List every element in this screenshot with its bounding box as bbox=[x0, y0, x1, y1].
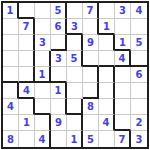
cell-r4c5[interactable]: 5 bbox=[67, 51, 83, 67]
cell-r6c5[interactable] bbox=[67, 83, 83, 99]
cell-r8c5[interactable] bbox=[67, 115, 83, 131]
cell-r9c3[interactable]: 4 bbox=[35, 131, 51, 147]
cell-r7c5[interactable] bbox=[67, 99, 83, 115]
cell-r3c7[interactable] bbox=[99, 35, 115, 51]
cell-r5c3[interactable]: 1 bbox=[35, 67, 51, 83]
cell-r9c4[interactable] bbox=[51, 131, 67, 147]
cell-r2c4[interactable]: 6 bbox=[51, 19, 67, 35]
cell-r1c8[interactable]: 3 bbox=[115, 3, 131, 19]
cell-r8c4[interactable]: 9 bbox=[51, 115, 67, 131]
cell-r5c8[interactable] bbox=[115, 67, 131, 83]
cell-r9c5[interactable]: 1 bbox=[67, 131, 83, 147]
cell-r7c8[interactable] bbox=[115, 99, 131, 115]
cell-r6c4[interactable]: 1 bbox=[51, 83, 67, 99]
cell-r2c3[interactable] bbox=[35, 19, 51, 35]
cell-r6c3[interactable] bbox=[35, 83, 51, 99]
cell-r7c2[interactable] bbox=[19, 99, 35, 115]
cell-r4c9[interactable] bbox=[131, 51, 147, 67]
cell-r8c9[interactable]: 2 bbox=[131, 115, 147, 131]
cell-r1c2[interactable] bbox=[19, 3, 35, 19]
cell-r8c7[interactable]: 4 bbox=[99, 115, 115, 131]
cell-r9c2[interactable] bbox=[19, 131, 35, 147]
cell-r6c6[interactable] bbox=[83, 83, 99, 99]
cell-r9c6[interactable]: 5 bbox=[83, 131, 99, 147]
cell-r1c5[interactable] bbox=[67, 3, 83, 19]
cell-r4c8[interactable]: 4 bbox=[115, 51, 131, 67]
cell-r3c9[interactable]: 5 bbox=[131, 35, 147, 51]
cell-r4c1[interactable] bbox=[3, 51, 19, 67]
cell-r1c1[interactable]: 1 bbox=[3, 3, 19, 19]
cell-r3c6[interactable]: 9 bbox=[83, 35, 99, 51]
cell-r5c5[interactable] bbox=[67, 67, 83, 83]
cell-r4c3[interactable] bbox=[35, 51, 51, 67]
cell-r2c5[interactable]: 3 bbox=[67, 19, 83, 35]
cell-r1c3[interactable] bbox=[35, 3, 51, 19]
sudoku-board: 15734763139153541641481942841573 bbox=[1, 1, 149, 149]
cell-r3c4[interactable] bbox=[51, 35, 67, 51]
cell-r2c6[interactable] bbox=[83, 19, 99, 35]
cell-r5c1[interactable] bbox=[3, 67, 19, 83]
cell-r2c8[interactable] bbox=[115, 19, 131, 35]
cell-r6c9[interactable] bbox=[131, 83, 147, 99]
cell-r6c2[interactable]: 4 bbox=[19, 83, 35, 99]
cell-r7c7[interactable] bbox=[99, 99, 115, 115]
cell-r8c1[interactable] bbox=[3, 115, 19, 131]
cell-r6c7[interactable] bbox=[99, 83, 115, 99]
cell-r5c2[interactable] bbox=[19, 67, 35, 83]
cell-r2c9[interactable] bbox=[131, 19, 147, 35]
cell-r6c8[interactable] bbox=[115, 83, 131, 99]
cell-r5c6[interactable] bbox=[83, 67, 99, 83]
cell-r3c8[interactable]: 1 bbox=[115, 35, 131, 51]
cell-r2c7[interactable]: 1 bbox=[99, 19, 115, 35]
cell-r1c6[interactable]: 7 bbox=[83, 3, 99, 19]
cell-r9c1[interactable]: 8 bbox=[3, 131, 19, 147]
cell-r4c6[interactable] bbox=[83, 51, 99, 67]
cell-r2c2[interactable]: 7 bbox=[19, 19, 35, 35]
cell-r9c8[interactable]: 7 bbox=[115, 131, 131, 147]
cell-r1c9[interactable]: 4 bbox=[131, 3, 147, 19]
cell-r3c5[interactable] bbox=[67, 35, 83, 51]
cell-r4c7[interactable] bbox=[99, 51, 115, 67]
cell-r1c7[interactable] bbox=[99, 3, 115, 19]
cell-r5c7[interactable] bbox=[99, 67, 115, 83]
cell-r7c4[interactable] bbox=[51, 99, 67, 115]
cell-r5c9[interactable]: 6 bbox=[131, 67, 147, 83]
cell-r4c2[interactable] bbox=[19, 51, 35, 67]
cell-r8c8[interactable] bbox=[115, 115, 131, 131]
cell-r1c4[interactable]: 5 bbox=[51, 3, 67, 19]
cell-r7c6[interactable]: 8 bbox=[83, 99, 99, 115]
cell-r9c9[interactable]: 3 bbox=[131, 131, 147, 147]
cell-r2c1[interactable] bbox=[3, 19, 19, 35]
cell-r3c3[interactable]: 3 bbox=[35, 35, 51, 51]
cell-r9c7[interactable] bbox=[99, 131, 115, 147]
cell-r5c4[interactable] bbox=[51, 67, 67, 83]
cell-r4c4[interactable]: 3 bbox=[51, 51, 67, 67]
cell-r8c3[interactable] bbox=[35, 115, 51, 131]
cell-r6c1[interactable] bbox=[3, 83, 19, 99]
cell-r7c1[interactable]: 4 bbox=[3, 99, 19, 115]
cell-r8c6[interactable] bbox=[83, 115, 99, 131]
cell-r7c9[interactable] bbox=[131, 99, 147, 115]
cell-r3c2[interactable] bbox=[19, 35, 35, 51]
cell-r8c2[interactable]: 1 bbox=[19, 115, 35, 131]
cell-r7c3[interactable] bbox=[35, 99, 51, 115]
cell-r3c1[interactable] bbox=[3, 35, 19, 51]
